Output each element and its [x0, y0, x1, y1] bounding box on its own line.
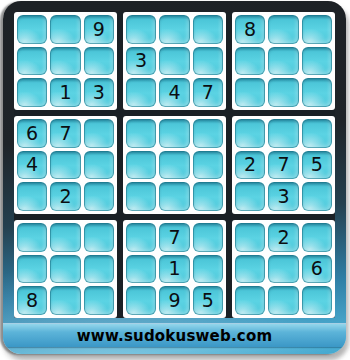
cell-r9c5[interactable]: 9 — [159, 286, 189, 315]
cell-r2c9[interactable] — [302, 47, 332, 76]
cell-r9c6[interactable]: 5 — [193, 286, 223, 315]
cell-r3c7[interactable] — [235, 78, 265, 107]
cell-r9c2[interactable] — [50, 286, 80, 315]
cell-r5c3[interactable] — [84, 151, 114, 180]
cell-r8c4[interactable] — [126, 255, 156, 284]
cell-r5c5[interactable] — [159, 151, 189, 180]
cell-r5c9[interactable]: 5 — [302, 151, 332, 180]
cell-r8c2[interactable] — [50, 255, 80, 284]
cell-r3c5[interactable]: 4 — [159, 78, 189, 107]
cell-r3c1[interactable] — [17, 78, 47, 107]
cell-r2c6[interactable] — [193, 47, 223, 76]
cell-r4c5[interactable] — [159, 119, 189, 148]
cell-r2c3[interactable] — [84, 47, 114, 76]
sudoku-screenshot: 913 347 8 6742 2753 8 7195 26 www.sudoku… — [0, 0, 350, 360]
cell-r8c1[interactable] — [17, 255, 47, 284]
sudoku-board: 913 347 8 6742 2753 8 7195 26 — [14, 12, 335, 318]
cell-r8c7[interactable] — [235, 255, 265, 284]
cell-r3c9[interactable] — [302, 78, 332, 107]
puzzle-frame: 913 347 8 6742 2753 8 7195 26 www.sudoku… — [3, 1, 346, 354]
cell-r5c1[interactable]: 4 — [17, 151, 47, 180]
cell-r9c9[interactable] — [302, 286, 332, 315]
cell-r2c5[interactable] — [159, 47, 189, 76]
cell-r6c3[interactable] — [84, 182, 114, 211]
sudoku-box-top-center: 347 — [123, 12, 226, 110]
cell-r7c2[interactable] — [50, 223, 80, 252]
cell-r5c2[interactable] — [50, 151, 80, 180]
cell-r3c6[interactable]: 7 — [193, 78, 223, 107]
cell-r7c1[interactable] — [17, 223, 47, 252]
cell-r4c9[interactable] — [302, 119, 332, 148]
cell-r7c6[interactable] — [193, 223, 223, 252]
cell-r6c9[interactable] — [302, 182, 332, 211]
cell-r3c8[interactable] — [268, 78, 298, 107]
cell-r5c4[interactable] — [126, 151, 156, 180]
cell-r9c1[interactable]: 8 — [17, 286, 47, 315]
sudoku-box-bottom-center: 7195 — [123, 220, 226, 318]
cell-r6c6[interactable] — [193, 182, 223, 211]
cell-r1c9[interactable] — [302, 15, 332, 44]
cell-r1c6[interactable] — [193, 15, 223, 44]
cell-r2c8[interactable] — [268, 47, 298, 76]
cell-r2c1[interactable] — [17, 47, 47, 76]
cell-r1c7[interactable]: 8 — [235, 15, 265, 44]
cell-r5c8[interactable]: 7 — [268, 151, 298, 180]
cell-r7c4[interactable] — [126, 223, 156, 252]
cell-r9c3[interactable] — [84, 286, 114, 315]
cell-r3c2[interactable]: 1 — [50, 78, 80, 107]
cell-r6c1[interactable] — [17, 182, 47, 211]
cell-r9c4[interactable] — [126, 286, 156, 315]
cell-r8c8[interactable] — [268, 255, 298, 284]
cell-r7c3[interactable] — [84, 223, 114, 252]
cell-r8c5[interactable]: 1 — [159, 255, 189, 284]
cell-r2c7[interactable] — [235, 47, 265, 76]
cell-r4c6[interactable] — [193, 119, 223, 148]
cell-r3c3[interactable]: 3 — [84, 78, 114, 107]
sudoku-box-top-left: 913 — [14, 12, 117, 110]
cell-r6c5[interactable] — [159, 182, 189, 211]
cell-r4c8[interactable] — [268, 119, 298, 148]
site-url-text: www.sudokusweb.com — [77, 327, 272, 345]
cell-r7c5[interactable]: 7 — [159, 223, 189, 252]
site-footer: www.sudokusweb.com — [3, 323, 346, 347]
cell-r1c2[interactable] — [50, 15, 80, 44]
cell-r3c4[interactable] — [126, 78, 156, 107]
cell-r1c1[interactable] — [17, 15, 47, 44]
sudoku-box-middle-right: 2753 — [232, 116, 335, 214]
cell-r8c6[interactable] — [193, 255, 223, 284]
cell-r4c2[interactable]: 7 — [50, 119, 80, 148]
cell-r6c4[interactable] — [126, 182, 156, 211]
sudoku-box-bottom-left: 8 — [14, 220, 117, 318]
cell-r9c8[interactable] — [268, 286, 298, 315]
sudoku-box-middle-center — [123, 116, 226, 214]
cell-r2c2[interactable] — [50, 47, 80, 76]
cell-r6c8[interactable]: 3 — [268, 182, 298, 211]
cell-r1c4[interactable] — [126, 15, 156, 44]
cell-r6c7[interactable] — [235, 182, 265, 211]
cell-r6c2[interactable]: 2 — [50, 182, 80, 211]
cell-r4c1[interactable]: 6 — [17, 119, 47, 148]
cell-r1c8[interactable] — [268, 15, 298, 44]
cell-r8c3[interactable] — [84, 255, 114, 284]
sudoku-box-middle-left: 6742 — [14, 116, 117, 214]
sudoku-box-top-right: 8 — [232, 12, 335, 110]
cell-r4c4[interactable] — [126, 119, 156, 148]
cell-r7c7[interactable] — [235, 223, 265, 252]
cell-r7c9[interactable] — [302, 223, 332, 252]
cell-r1c5[interactable] — [159, 15, 189, 44]
cell-r7c8[interactable]: 2 — [268, 223, 298, 252]
cell-r2c4[interactable]: 3 — [126, 47, 156, 76]
cell-r9c7[interactable] — [235, 286, 265, 315]
sudoku-box-bottom-right: 26 — [232, 220, 335, 318]
cell-r4c7[interactable] — [235, 119, 265, 148]
cell-r5c6[interactable] — [193, 151, 223, 180]
cell-r5c7[interactable]: 2 — [235, 151, 265, 180]
cell-r8c9[interactable]: 6 — [302, 255, 332, 284]
cell-r1c3[interactable]: 9 — [84, 15, 114, 44]
cell-r4c3[interactable] — [84, 119, 114, 148]
